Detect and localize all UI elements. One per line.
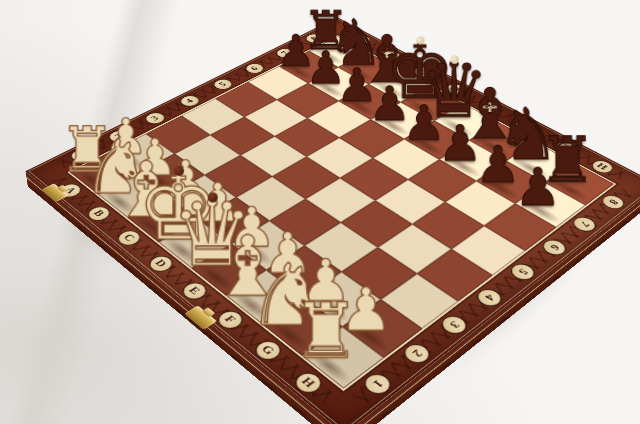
chess-board: ABCDEFGH ABCDEFGH 87654321 12345678 ♜♞♝♚… (25, 17, 640, 424)
rank-label-8: 8 (598, 192, 629, 212)
rank-label-6: 6 (539, 237, 571, 259)
file-label-e: E (178, 279, 211, 303)
file-label-f: F (213, 307, 247, 332)
file-label-g: G (250, 337, 286, 364)
rank-label-1: 1 (360, 370, 397, 398)
black-pawn: ♟ (515, 161, 562, 213)
rank-label-3: 3 (438, 312, 473, 337)
file-label-h: H (290, 368, 327, 396)
square-f5 (375, 179, 445, 224)
playing-area: ♜♞♝♚♛♝♞♜♟♟♟♟♟♟♟♟♟♟♟♟♟♟♟♟♜♞♝♚♛♝♞♜ (70, 36, 614, 388)
file-label-a: A (56, 181, 86, 200)
rank-label-4: 4 (473, 286, 507, 310)
file-label-b: B (84, 203, 115, 223)
perspective-scene: ABCDEFGH ABCDEFGH 87654321 12345678 ♜♞♝♚… (116, 0, 564, 402)
rank-label-7: 7 (569, 214, 601, 235)
white-rook: ♜ (292, 294, 360, 370)
rank-label-5: 5 (507, 261, 540, 284)
rank-label-2: 2 (400, 340, 436, 367)
product-photo: ABCDEFGH ABCDEFGH 87654321 12345678 ♜♞♝♚… (0, 0, 640, 424)
